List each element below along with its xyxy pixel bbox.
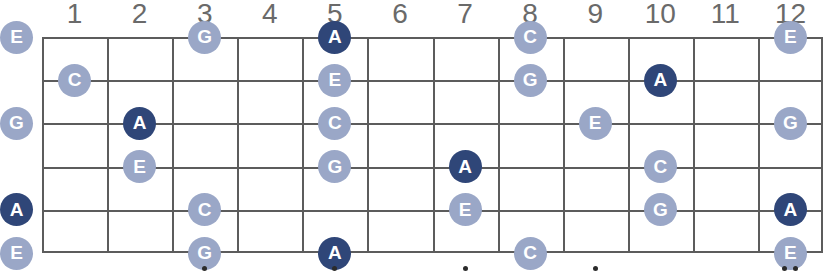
grid-cell-string5-fret11	[693, 210, 758, 253]
grid-cell-string2-fret6	[367, 80, 432, 123]
grid-cell-string2-fret4	[237, 80, 302, 123]
note-A-string-6-low-E-fret-5: A	[318, 237, 351, 270]
note-A-string-1-high-E-fret-5: A	[318, 21, 351, 54]
note-E-string-6-low-E-fret-12: E	[774, 237, 807, 270]
grid-cell-string1-fret6	[367, 37, 432, 80]
grid-cell-string3-fret6	[367, 123, 432, 166]
grid-cell-string1-fret9	[563, 37, 628, 80]
fretboard-diagram: 123456789101112 EGACECEGAGACEGEGACACEGAE…	[0, 0, 824, 280]
note-E-string-2-B-fret-5: E	[318, 64, 351, 97]
grid-cell-string4-fret8	[498, 167, 563, 210]
note-E-string-3-G-fret-9: E	[579, 107, 612, 140]
grid-cell-string3-fret1	[42, 123, 107, 166]
fret-number-11: 11	[711, 0, 740, 27]
grid-cell-string1-fret7	[433, 37, 498, 80]
fret-number-7: 7	[457, 0, 473, 27]
note-A-string-4-D-fret-7: A	[449, 150, 482, 183]
grid-cell-string3-fret11	[693, 123, 758, 166]
note-C-string-2-B-fret-1: C	[58, 64, 91, 97]
fret-number-6: 6	[392, 0, 408, 27]
fret-number-1: 1	[67, 0, 83, 27]
grid-cell-string3-fret3	[172, 123, 237, 166]
open-note-E-string-1-high-E: E	[0, 21, 33, 54]
grid-cell-string1-fret2	[107, 37, 172, 80]
note-C-string-4-D-fret-10: C	[644, 150, 677, 183]
fret-marker-dot-9	[593, 266, 598, 271]
note-A-string-2-B-fret-10: A	[644, 64, 677, 97]
fret-marker-dot-5	[332, 266, 337, 271]
grid-cell-string4-fret4	[237, 167, 302, 210]
fret-number-10: 10	[645, 0, 676, 27]
grid-cell-string5-fret1	[42, 210, 107, 253]
open-note-E-string-6-low-E: E	[0, 237, 33, 270]
note-C-string-1-high-E-fret-8: C	[514, 21, 547, 54]
grid-cell-string4-fret1	[42, 167, 107, 210]
note-C-string-6-low-E-fret-8: C	[514, 237, 547, 270]
fret-marker-dot-7	[463, 266, 468, 271]
open-note-A-string-5-A: A	[0, 193, 33, 226]
note-G-string-6-low-E-fret-3: G	[188, 237, 221, 270]
grid-cell-string2-fret3	[172, 80, 237, 123]
fret-number-2: 2	[132, 0, 148, 27]
fret-number-4: 4	[262, 0, 278, 27]
note-G-string-1-high-E-fret-3: G	[188, 21, 221, 54]
fret-number-9: 9	[587, 0, 603, 27]
grid-cell-string4-fret9	[563, 167, 628, 210]
note-E-string-1-high-E-fret-12: E	[774, 21, 807, 54]
note-E-string-5-A-fret-7: E	[449, 193, 482, 226]
note-E-string-4-D-fret-2: E	[123, 150, 156, 183]
grid-cell-string1-fret4	[237, 37, 302, 80]
grid-cell-string5-fret4	[237, 210, 302, 253]
fret-marker-dot-3	[202, 266, 207, 271]
grid-cell-string2-fret11	[693, 80, 758, 123]
grid-cell-string4-fret11	[693, 167, 758, 210]
grid-cell-string4-fret6	[367, 167, 432, 210]
grid-cell-string3-fret4	[237, 123, 302, 166]
grid-cell-string5-fret9	[563, 210, 628, 253]
grid-cell-string3-fret8	[498, 123, 563, 166]
open-note-G-string-3-G: G	[0, 107, 33, 140]
grid-cell-string2-fret7	[433, 80, 498, 123]
grid-cell-string5-fret2	[107, 210, 172, 253]
note-G-string-2-B-fret-8: G	[514, 64, 547, 97]
note-G-string-3-G-fret-12: G	[774, 107, 807, 140]
fretboard-grid	[42, 37, 823, 253]
grid-cell-string1-fret11	[693, 37, 758, 80]
note-G-string-5-A-fret-10: G	[644, 193, 677, 226]
grid-cell-string5-fret6	[367, 210, 432, 253]
note-A-string-3-G-fret-2: A	[123, 107, 156, 140]
